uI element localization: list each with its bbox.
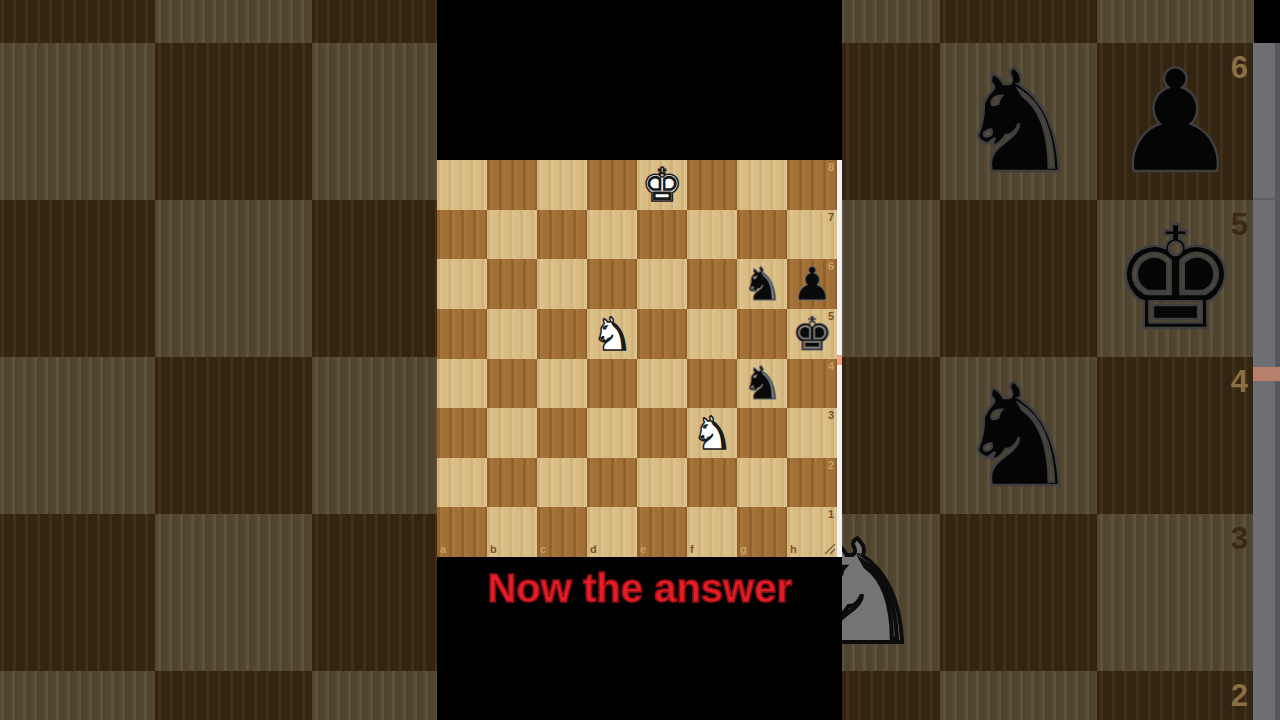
white-knight-d5: ♞: [587, 309, 637, 359]
top-letterbox: [437, 0, 842, 160]
square-a3: [437, 408, 487, 458]
square-d2: [587, 458, 637, 508]
black-knight-g6: ♞: [940, 43, 1097, 200]
square-h7: 7: [787, 210, 837, 260]
square-c1: c: [537, 507, 587, 557]
file-label-f: f: [690, 544, 694, 555]
square-g2: [940, 671, 1097, 720]
rank-label-8: 8: [828, 162, 834, 173]
square-e2: [637, 458, 687, 508]
square-d5: ♞: [587, 309, 637, 359]
file-label-h: h: [790, 544, 797, 555]
square-d7: [587, 210, 637, 260]
rank-label-7: 7: [828, 212, 834, 223]
square-b7: [155, 0, 312, 43]
square-e4: [637, 359, 687, 409]
square-a8: [437, 160, 487, 210]
square-c4: [537, 359, 587, 409]
square-h3: 3: [1097, 514, 1254, 671]
background-scrollbar: [1253, 43, 1280, 720]
square-a5: [437, 309, 487, 359]
square-h7: 7: [1097, 0, 1254, 43]
square-a7: [437, 210, 487, 260]
rank-label-3: 3: [1231, 523, 1248, 554]
square-f8: [687, 160, 737, 210]
square-a6: [437, 259, 487, 309]
square-b6: [155, 43, 312, 200]
square-g6: ♞: [940, 43, 1097, 200]
background-scroll-indicator: [1253, 367, 1280, 381]
square-h8: 8: [787, 160, 837, 210]
square-a6: [0, 43, 155, 200]
black-pawn-h6: ♟: [787, 259, 837, 309]
file-label-d: d: [590, 544, 597, 555]
black-knight-g4: ♞: [737, 359, 787, 409]
video-center-column: ♚87♞6♟♞5♚♞4♞32abcdefg1h Now the answer: [437, 0, 842, 720]
square-f7: [687, 210, 737, 260]
square-f4: [687, 359, 737, 409]
square-f6: [687, 259, 737, 309]
square-b3: [487, 408, 537, 458]
chess-board: ♚87♞6♟♞5♚♞4♞32abcdefg1h: [437, 160, 842, 557]
square-g1: g: [737, 507, 787, 557]
square-a5: [0, 200, 155, 357]
black-king-h5: ♚: [787, 309, 837, 359]
file-label-b: b: [490, 544, 497, 555]
square-g8: [737, 160, 787, 210]
square-e1: e: [637, 507, 687, 557]
square-b2: [487, 458, 537, 508]
square-e8: ♚: [637, 160, 687, 210]
white-king-e8: ♚: [637, 160, 687, 210]
square-f1: f: [687, 507, 737, 557]
rank-label-3: 3: [828, 410, 834, 421]
square-b4: [155, 357, 312, 514]
rank-label-4: 4: [828, 361, 834, 372]
square-b5: [155, 200, 312, 357]
board-scrollbar: [837, 160, 842, 557]
black-king-h5: ♚: [1097, 200, 1254, 357]
square-h2: 2: [1097, 671, 1254, 720]
square-d6: [587, 259, 637, 309]
square-f2: [687, 458, 737, 508]
square-e5: [637, 309, 687, 359]
square-c6: [537, 259, 587, 309]
square-h4: 4: [1097, 357, 1254, 514]
square-g4: ♞: [737, 359, 787, 409]
square-b6: [487, 259, 537, 309]
file-label-a: a: [440, 544, 446, 555]
bottom-letterbox: Now the answer: [437, 557, 842, 720]
square-h6: 6♟: [1097, 43, 1254, 200]
file-label-c: c: [540, 544, 546, 555]
black-knight-g4: ♞: [940, 357, 1097, 514]
square-e6: [637, 259, 687, 309]
square-d1: d: [587, 507, 637, 557]
square-g5: [940, 200, 1097, 357]
square-f3: ♞: [687, 408, 737, 458]
square-d8: [587, 160, 637, 210]
square-g2: [737, 458, 787, 508]
square-g4: ♞: [940, 357, 1097, 514]
square-a1: a: [437, 507, 487, 557]
square-h5: 5♚: [1097, 200, 1254, 357]
square-d4: [587, 359, 637, 409]
square-g3: [940, 514, 1097, 671]
board-resize-handle-icon: [824, 543, 836, 555]
square-e7: [637, 210, 687, 260]
square-e3: [637, 408, 687, 458]
square-c5: [537, 309, 587, 359]
square-b3: [155, 514, 312, 671]
square-g7: [940, 0, 1097, 43]
rank-label-2: 2: [1231, 680, 1248, 711]
square-b8: [487, 160, 537, 210]
square-b4: [487, 359, 537, 409]
square-b1: b: [487, 507, 537, 557]
rank-label-4: 4: [1231, 366, 1248, 397]
square-c2: [537, 458, 587, 508]
caption-text: Now the answer: [487, 566, 792, 611]
square-c7: [537, 210, 587, 260]
square-h6: 6♟: [787, 259, 837, 309]
square-h4: 4: [787, 359, 837, 409]
square-a3: [0, 514, 155, 671]
black-pawn-h6: ♟: [1097, 43, 1254, 200]
square-h2: 2: [787, 458, 837, 508]
video-frame: ♚87♞6♟♞5♚♞4♞32abcdefg1h ♚87♞6♟♞5♚♞4♞32ab…: [0, 0, 1280, 720]
square-a4: [0, 357, 155, 514]
square-g3: [737, 408, 787, 458]
square-g5: [737, 309, 787, 359]
square-a7: [0, 0, 155, 43]
square-h3: 3: [787, 408, 837, 458]
square-a2: [437, 458, 487, 508]
square-f5: [687, 309, 737, 359]
background-rank-divider-line: [1253, 198, 1280, 200]
square-h5: 5♚: [787, 309, 837, 359]
square-a2: [0, 671, 155, 720]
square-a4: [437, 359, 487, 409]
white-knight-f3: ♞: [687, 408, 737, 458]
square-g6: ♞: [737, 259, 787, 309]
scroll-indicator: [837, 355, 842, 365]
file-label-e: e: [640, 544, 646, 555]
square-b5: [487, 309, 537, 359]
square-c8: [537, 160, 587, 210]
rank-label-1: 1: [828, 509, 834, 520]
square-g7: [737, 210, 787, 260]
rank-label-2: 2: [828, 460, 834, 471]
file-label-g: g: [740, 544, 747, 555]
square-b2: [155, 671, 312, 720]
black-knight-g6: ♞: [737, 259, 787, 309]
chess-board-grid: ♚87♞6♟♞5♚♞4♞32abcdefg1h: [437, 160, 837, 557]
square-b7: [487, 210, 537, 260]
square-d3: [587, 408, 637, 458]
square-c3: [537, 408, 587, 458]
